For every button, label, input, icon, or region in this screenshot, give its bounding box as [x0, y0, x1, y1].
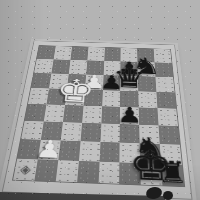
- piece-black-pawn[interactable]: ♟: [117, 105, 142, 126]
- board-grid: ♟♞♟♟♛♚♟♟♞◈♚♜: [12, 45, 185, 187]
- square-d3[interactable]: [80, 123, 101, 142]
- piece-black-queen[interactable]: ♛: [112, 66, 147, 93]
- square-h1[interactable]: ♜: [161, 164, 184, 186]
- piece-white-king[interactable]: ♚: [54, 76, 95, 107]
- chess-board: ····· ♟♞♟♟♛♚♟♟♞◈♚♜: [2, 41, 193, 200]
- square-d1[interactable]: [77, 161, 99, 183]
- square-d2[interactable]: [79, 141, 100, 161]
- square-e1[interactable]: [98, 162, 120, 184]
- piece-white-pawn[interactable]: ♟: [34, 137, 64, 161]
- frame-engraving: ·····: [24, 85, 29, 92]
- piece-black-rook[interactable]: ♜: [156, 158, 189, 187]
- square-f4[interactable]: ♟: [120, 107, 139, 125]
- square-c8[interactable]: [70, 47, 88, 61]
- square-h4[interactable]: [158, 108, 178, 126]
- square-c5[interactable]: ♚: [65, 89, 85, 106]
- chess-board-photo: ····· ♟♞♟♟♛♚♟♟♞◈♚♜: [0, 0, 200, 200]
- square-e2[interactable]: [99, 142, 120, 163]
- off-board-object: [163, 191, 173, 200]
- square-b8[interactable]: [54, 46, 72, 60]
- square-h5[interactable]: [156, 92, 176, 109]
- square-f6[interactable]: ♛: [120, 76, 138, 92]
- square-d8[interactable]: [87, 47, 104, 61]
- square-b2[interactable]: ♟: [38, 140, 61, 160]
